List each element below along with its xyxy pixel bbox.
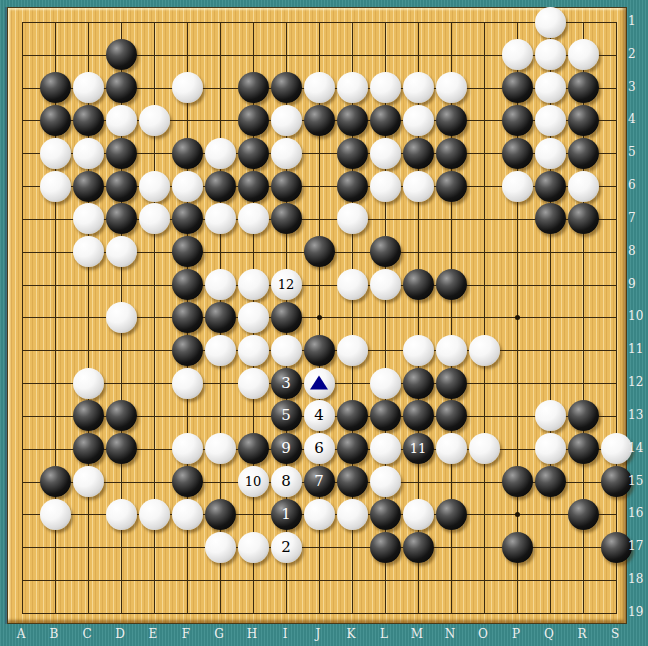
black-stone-R4[interactable] [568, 105, 599, 136]
white-stone-C7[interactable] [73, 203, 104, 234]
white-stone-B16[interactable] [40, 499, 71, 530]
white-stone-R2[interactable] [568, 39, 599, 70]
column-label-H: H [247, 627, 257, 641]
black-stone-P17[interactable] [502, 532, 533, 563]
black-stone-Q6[interactable] [535, 171, 566, 202]
white-stone-D16[interactable] [106, 499, 137, 530]
white-stone-G11[interactable] [205, 335, 236, 366]
black-stone-Q15[interactable] [535, 466, 566, 497]
column-label-B: B [50, 627, 59, 641]
white-stone-Q4[interactable] [535, 105, 566, 136]
black-stone-R14[interactable] [568, 433, 599, 464]
white-stone-C8[interactable] [73, 236, 104, 267]
black-stone-G6[interactable] [205, 171, 236, 202]
white-stone-M6[interactable] [403, 171, 434, 202]
white-stone-N11[interactable] [436, 335, 467, 366]
column-label-K: K [347, 627, 356, 641]
black-stone-H6[interactable] [238, 171, 269, 202]
white-stone-H17[interactable] [238, 532, 269, 563]
move-number-label: 3 [281, 376, 291, 391]
column-label-Q: Q [544, 627, 554, 641]
white-stone-D4[interactable] [106, 105, 137, 136]
black-stone-P5[interactable] [502, 138, 533, 169]
white-stone-Q14[interactable] [535, 433, 566, 464]
black-stone-N5[interactable] [436, 138, 467, 169]
white-stone-J14[interactable]: 6 [304, 433, 335, 464]
black-stone-D5[interactable] [106, 138, 137, 169]
column-label-J: J [316, 627, 321, 641]
black-stone-K5[interactable] [337, 138, 368, 169]
white-stone-K9[interactable] [337, 269, 368, 300]
black-stone-K15[interactable] [337, 466, 368, 497]
black-stone-M9[interactable] [403, 269, 434, 300]
row-label-4: 4 [628, 112, 636, 126]
column-label-P: P [512, 627, 520, 641]
black-stone-B3[interactable] [40, 72, 71, 103]
column-label-O: O [478, 627, 488, 641]
go-app-window: 123549611108712 ABCDEFGHIJKLMNOPQRS12345… [0, 0, 648, 646]
white-stone-K7[interactable] [337, 203, 368, 234]
white-stone-L12[interactable] [370, 368, 401, 399]
white-stone-M16[interactable] [403, 499, 434, 530]
black-stone-M5[interactable] [403, 138, 434, 169]
row-label-1: 1 [628, 14, 636, 28]
white-stone-M11[interactable] [403, 335, 434, 366]
row-label-13: 13 [628, 408, 643, 422]
black-stone-G10[interactable] [205, 302, 236, 333]
black-stone-D2[interactable] [106, 39, 137, 70]
black-stone-C4[interactable] [73, 105, 104, 136]
row-label-14: 14 [628, 441, 643, 455]
column-label-C: C [82, 627, 91, 641]
white-stone-H11[interactable] [238, 335, 269, 366]
white-stone-H12[interactable] [238, 368, 269, 399]
black-stone-P15[interactable] [502, 466, 533, 497]
white-stone-I5[interactable] [271, 138, 302, 169]
black-stone-F9[interactable] [172, 269, 203, 300]
white-stone-K3[interactable] [337, 72, 368, 103]
column-label-I: I [283, 627, 288, 641]
black-stone-R16[interactable] [568, 499, 599, 530]
white-stone-E7[interactable] [139, 203, 170, 234]
move-number-label: 1 [281, 507, 291, 522]
white-stone-L5[interactable] [370, 138, 401, 169]
black-stone-N13[interactable] [436, 400, 467, 431]
black-stone-L8[interactable] [370, 236, 401, 267]
move-number-label: 9 [281, 441, 291, 456]
black-stone-C6[interactable] [73, 171, 104, 202]
black-stone-F10[interactable] [172, 302, 203, 333]
column-label-G: G [214, 627, 224, 641]
row-label-3: 3 [628, 80, 636, 94]
move-number-label: 6 [314, 441, 324, 456]
black-stone-M13[interactable] [403, 400, 434, 431]
white-stone-G5[interactable] [205, 138, 236, 169]
move-number-label: 4 [314, 408, 324, 423]
black-stone-J8[interactable] [304, 236, 335, 267]
black-stone-K4[interactable] [337, 105, 368, 136]
black-stone-F5[interactable] [172, 138, 203, 169]
row-label-12: 12 [628, 375, 643, 389]
black-stone-P3[interactable] [502, 72, 533, 103]
white-stone-C12[interactable] [73, 368, 104, 399]
white-stone-L9[interactable] [370, 269, 401, 300]
white-stone-O14[interactable] [469, 433, 500, 464]
white-stone-B6[interactable] [40, 171, 71, 202]
move-number-label: 10 [245, 475, 262, 488]
column-label-L: L [380, 627, 388, 641]
white-stone-M3[interactable] [403, 72, 434, 103]
row-label-2: 2 [628, 47, 636, 61]
black-stone-J11[interactable] [304, 335, 335, 366]
row-label-11: 11 [628, 342, 643, 356]
white-stone-R6[interactable] [568, 171, 599, 202]
black-stone-I6[interactable] [271, 171, 302, 202]
column-label-M: M [411, 627, 423, 641]
row-label-10: 10 [628, 309, 643, 323]
black-stone-F15[interactable] [172, 466, 203, 497]
white-stone-F14[interactable] [172, 433, 203, 464]
row-label-9: 9 [628, 277, 636, 291]
move-number-label: 7 [314, 474, 324, 489]
white-stone-G7[interactable] [205, 203, 236, 234]
black-stone-L16[interactable] [370, 499, 401, 530]
white-stone-K16[interactable] [337, 499, 368, 530]
black-stone-H14[interactable] [238, 433, 269, 464]
row-label-18: 18 [628, 572, 643, 586]
row-label-16: 16 [628, 506, 643, 520]
black-stone-R3[interactable] [568, 72, 599, 103]
black-stone-R5[interactable] [568, 138, 599, 169]
black-stone-C13[interactable] [73, 400, 104, 431]
black-stone-I13[interactable]: 5 [271, 400, 302, 431]
white-stone-B5[interactable] [40, 138, 71, 169]
black-stone-L4[interactable] [370, 105, 401, 136]
black-stone-D7[interactable] [106, 203, 137, 234]
white-stone-L15[interactable] [370, 466, 401, 497]
black-stone-H4[interactable] [238, 105, 269, 136]
white-stone-C15[interactable] [73, 466, 104, 497]
move-number-label: 12 [278, 278, 295, 291]
black-stone-I16[interactable]: 1 [271, 499, 302, 530]
row-label-15: 15 [628, 474, 643, 488]
white-stone-Q13[interactable] [535, 400, 566, 431]
column-label-S: S [611, 627, 619, 641]
white-stone-E16[interactable] [139, 499, 170, 530]
move-number-label: 8 [281, 474, 291, 489]
black-stone-Q7[interactable] [535, 203, 566, 234]
white-stone-G9[interactable] [205, 269, 236, 300]
black-stone-H5[interactable] [238, 138, 269, 169]
white-stone-H7[interactable] [238, 203, 269, 234]
white-stone-C3[interactable] [73, 72, 104, 103]
white-stone-Q3[interactable] [535, 72, 566, 103]
black-stone-G16[interactable] [205, 499, 236, 530]
row-label-7: 7 [628, 211, 636, 225]
white-stone-I9[interactable]: 12 [271, 269, 302, 300]
white-stone-P2[interactable] [502, 39, 533, 70]
white-stone-F6[interactable] [172, 171, 203, 202]
black-stone-J4[interactable] [304, 105, 335, 136]
white-stone-L3[interactable] [370, 72, 401, 103]
black-stone-I14[interactable]: 9 [271, 433, 302, 464]
move-number-label: 11 [410, 442, 427, 455]
column-label-E: E [149, 627, 158, 641]
white-stone-I17[interactable]: 2 [271, 532, 302, 563]
move-number-label: 2 [281, 540, 291, 555]
white-stone-E6[interactable] [139, 171, 170, 202]
white-stone-H9[interactable] [238, 269, 269, 300]
white-stone-E4[interactable] [139, 105, 170, 136]
black-stone-H3[interactable] [238, 72, 269, 103]
white-stone-Q1[interactable] [535, 7, 566, 38]
black-stone-F8[interactable] [172, 236, 203, 267]
white-stone-D10[interactable] [106, 302, 137, 333]
white-stone-G17[interactable] [205, 532, 236, 563]
row-label-5: 5 [628, 145, 636, 159]
column-label-A: A [17, 627, 26, 641]
black-stone-F11[interactable] [172, 335, 203, 366]
black-stone-D3[interactable] [106, 72, 137, 103]
black-stone-M12[interactable] [403, 368, 434, 399]
black-stone-D6[interactable] [106, 171, 137, 202]
black-stone-B15[interactable] [40, 466, 71, 497]
white-stone-C5[interactable] [73, 138, 104, 169]
column-label-R: R [577, 627, 586, 641]
white-stone-I15[interactable]: 8 [271, 466, 302, 497]
white-stone-I11[interactable] [271, 335, 302, 366]
white-stone-G14[interactable] [205, 433, 236, 464]
white-stone-P6[interactable] [502, 171, 533, 202]
white-stone-N3[interactable] [436, 72, 467, 103]
black-stone-R7[interactable] [568, 203, 599, 234]
white-stone-F12[interactable] [172, 368, 203, 399]
white-stone-K11[interactable] [337, 335, 368, 366]
black-stone-N9[interactable] [436, 269, 467, 300]
black-stone-N4[interactable] [436, 105, 467, 136]
column-label-F: F [182, 627, 190, 641]
black-stone-S17[interactable] [601, 532, 632, 563]
white-stone-J13[interactable]: 4 [304, 400, 335, 431]
white-stone-Q5[interactable] [535, 138, 566, 169]
black-stone-K14[interactable] [337, 433, 368, 464]
black-stone-R13[interactable] [568, 400, 599, 431]
white-stone-H10[interactable] [238, 302, 269, 333]
black-stone-P4[interactable] [502, 105, 533, 136]
row-label-6: 6 [628, 178, 636, 192]
white-stone-F16[interactable] [172, 499, 203, 530]
move-number-label: 5 [281, 408, 291, 423]
black-stone-N16[interactable] [436, 499, 467, 530]
white-stone-J3[interactable] [304, 72, 335, 103]
white-stone-J16[interactable] [304, 499, 335, 530]
black-stone-F7[interactable] [172, 203, 203, 234]
black-stone-I3[interactable] [271, 72, 302, 103]
black-stone-L13[interactable] [370, 400, 401, 431]
black-stone-B4[interactable] [40, 105, 71, 136]
black-stone-D14[interactable] [106, 433, 137, 464]
white-stone-H15[interactable]: 10 [238, 466, 269, 497]
black-stone-K13[interactable] [337, 400, 368, 431]
black-stone-K6[interactable] [337, 171, 368, 202]
black-stone-N12[interactable] [436, 368, 467, 399]
black-stone-I7[interactable] [271, 203, 302, 234]
row-label-17: 17 [628, 539, 643, 553]
black-stone-I10[interactable] [271, 302, 302, 333]
black-stone-I12[interactable]: 3 [271, 368, 302, 399]
triangle-marker-icon [310, 376, 328, 390]
white-stone-I4[interactable] [271, 105, 302, 136]
white-stone-L14[interactable] [370, 433, 401, 464]
black-stone-N6[interactable] [436, 171, 467, 202]
row-label-19: 19 [628, 605, 643, 619]
white-stone-S14[interactable] [601, 433, 632, 464]
black-stone-J15[interactable]: 7 [304, 466, 335, 497]
white-stone-L6[interactable] [370, 171, 401, 202]
column-label-D: D [115, 627, 125, 641]
black-stone-D13[interactable] [106, 400, 137, 431]
row-label-8: 8 [628, 244, 636, 258]
black-stone-C14[interactable] [73, 433, 104, 464]
white-stone-D8[interactable] [106, 236, 137, 267]
black-stone-M17[interactable] [403, 532, 434, 563]
black-stone-M14[interactable]: 11 [403, 433, 434, 464]
white-stone-N14[interactable] [436, 433, 467, 464]
black-stone-L17[interactable] [370, 532, 401, 563]
white-stone-O11[interactable] [469, 335, 500, 366]
goban[interactable]: 123549611108712 [7, 7, 627, 624]
white-stone-M4[interactable] [403, 105, 434, 136]
white-stone-J12[interactable] [304, 368, 335, 399]
white-stone-Q2[interactable] [535, 39, 566, 70]
black-stone-S15[interactable] [601, 466, 632, 497]
white-stone-F3[interactable] [172, 72, 203, 103]
column-label-N: N [445, 627, 456, 641]
